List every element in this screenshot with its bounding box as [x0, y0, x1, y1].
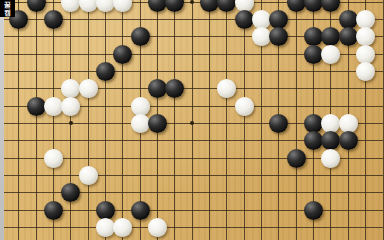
black-stone[interactable] [339, 10, 358, 29]
black-stone[interactable] [165, 0, 184, 12]
white-stone[interactable] [356, 10, 375, 29]
black-stone[interactable] [304, 0, 323, 12]
grid-hline [4, 227, 383, 228]
black-stone[interactable] [339, 27, 358, 46]
black-stone[interactable] [44, 201, 63, 220]
black-stone[interactable] [339, 131, 358, 150]
white-stone[interactable] [321, 45, 340, 64]
screen-capture: 꿀 캠 [0, 0, 384, 240]
white-stone[interactable] [113, 0, 132, 12]
black-stone[interactable] [287, 149, 306, 168]
white-stone[interactable] [96, 218, 115, 237]
grid-hline [4, 71, 383, 72]
black-stone[interactable] [131, 27, 150, 46]
black-stone[interactable] [27, 97, 46, 116]
white-stone[interactable] [235, 97, 254, 116]
grid-hline [4, 175, 383, 176]
black-stone[interactable] [148, 114, 167, 133]
black-stone[interactable] [321, 27, 340, 46]
black-stone[interactable] [304, 45, 323, 64]
star-point [69, 121, 73, 125]
black-stone[interactable] [44, 10, 63, 29]
honeycam-watermark: 꿀 캠 [0, 0, 15, 17]
white-stone[interactable] [44, 149, 63, 168]
black-stone[interactable] [61, 183, 80, 202]
white-stone[interactable] [113, 218, 132, 237]
white-stone[interactable] [131, 114, 150, 133]
black-stone[interactable] [217, 0, 236, 12]
go-board[interactable] [0, 0, 384, 240]
white-stone[interactable] [44, 97, 63, 116]
black-stone[interactable] [287, 0, 306, 12]
star-point [190, 0, 194, 4]
star-point [190, 121, 194, 125]
white-stone[interactable] [79, 0, 98, 12]
black-stone[interactable] [321, 0, 340, 12]
black-stone[interactable] [235, 10, 254, 29]
black-stone[interactable] [304, 27, 323, 46]
white-stone[interactable] [252, 27, 271, 46]
window-edge-strip [0, 0, 4, 240]
white-stone[interactable] [252, 10, 271, 29]
black-stone[interactable] [96, 201, 115, 220]
white-stone[interactable] [79, 79, 98, 98]
black-stone[interactable] [321, 131, 340, 150]
white-stone[interactable] [79, 166, 98, 185]
black-stone[interactable] [113, 45, 132, 64]
white-stone[interactable] [356, 27, 375, 46]
black-stone[interactable] [304, 114, 323, 133]
black-stone[interactable] [269, 114, 288, 133]
black-stone[interactable] [269, 10, 288, 29]
white-stone[interactable] [96, 0, 115, 12]
white-stone[interactable] [321, 149, 340, 168]
black-stone[interactable] [96, 62, 115, 81]
white-stone[interactable] [356, 45, 375, 64]
black-stone[interactable] [27, 0, 46, 12]
white-stone[interactable] [356, 62, 375, 81]
watermark-line1: 꿀 [0, 1, 15, 9]
white-stone[interactable] [321, 114, 340, 133]
white-stone[interactable] [339, 114, 358, 133]
black-stone[interactable] [165, 79, 184, 98]
white-stone[interactable] [61, 79, 80, 98]
white-stone[interactable] [131, 97, 150, 116]
black-stone[interactable] [148, 0, 167, 12]
white-stone[interactable] [61, 0, 80, 12]
black-stone[interactable] [148, 79, 167, 98]
black-stone[interactable] [200, 0, 219, 12]
black-stone[interactable] [131, 201, 150, 220]
black-stone[interactable] [304, 201, 323, 220]
watermark-line2: 캠 [0, 9, 15, 17]
black-stone[interactable] [269, 27, 288, 46]
white-stone[interactable] [217, 79, 236, 98]
black-stone[interactable] [304, 131, 323, 150]
white-stone[interactable] [61, 97, 80, 116]
white-stone[interactable] [148, 218, 167, 237]
